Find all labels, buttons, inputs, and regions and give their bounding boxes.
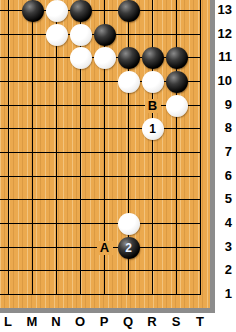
stone-white-Q10 <box>118 71 140 93</box>
coord-col-O: O <box>71 313 89 331</box>
grid-line-row-8 <box>0 128 201 129</box>
coord-row-4: 4 <box>215 215 232 231</box>
stone-black-S11 <box>166 47 188 69</box>
point-label-A: A <box>97 241 113 255</box>
grid-line-row-2 <box>0 270 201 271</box>
stone-black-O13 <box>70 0 92 22</box>
stone-white-Q4 <box>118 213 140 235</box>
grid-line-col-R <box>152 0 153 295</box>
go-board[interactable]: 21BA <box>0 0 210 308</box>
grid-line-col-S <box>176 0 177 295</box>
coord-row-5: 5 <box>215 191 232 207</box>
grid-line-col-T <box>200 0 201 295</box>
coord-row-9: 9 <box>215 97 232 113</box>
stone-white-P11 <box>94 47 116 69</box>
stone-white-R10 <box>142 71 164 93</box>
stone-white-N13 <box>46 0 68 22</box>
stone-white-S9 <box>166 95 188 117</box>
coord-col-L: L <box>0 313 17 331</box>
grid-line-row-7 <box>0 152 201 153</box>
coord-row-3: 3 <box>215 239 232 255</box>
coord-col-M: M <box>23 313 41 331</box>
coord-col-Q: Q <box>119 313 137 331</box>
coord-row-1: 1 <box>215 286 232 302</box>
grid-line-row-5 <box>0 199 201 200</box>
coord-row-11: 11 <box>215 49 232 65</box>
stone-black-Q3: 2 <box>118 237 140 259</box>
coord-row-6: 6 <box>215 168 232 184</box>
coord-col-S: S <box>167 313 185 331</box>
coord-row-8: 8 <box>215 120 232 136</box>
stone-black-S10 <box>166 71 188 93</box>
grid-line-row-1 <box>0 294 201 295</box>
coord-col-N: N <box>47 313 65 331</box>
stone-white-O11 <box>70 47 92 69</box>
go-diagram: 21BA 12345678910111213 LMNOPQRST <box>0 0 236 332</box>
grid-line-row-4 <box>0 223 201 224</box>
stone-black-Q13 <box>118 0 140 22</box>
stone-white-O12 <box>70 24 92 46</box>
grid-line-row-6 <box>0 176 201 177</box>
stone-white-R8: 1 <box>142 118 164 140</box>
grid-line-col-L <box>8 0 9 295</box>
stone-black-R11 <box>142 47 164 69</box>
stone-black-Q11 <box>118 47 140 69</box>
point-label-B: B <box>145 99 161 113</box>
grid-line-col-M <box>32 0 33 295</box>
coord-row-7: 7 <box>215 144 232 160</box>
coord-col-P: P <box>95 313 113 331</box>
stone-white-N12 <box>46 24 68 46</box>
coord-row-10: 10 <box>215 73 232 89</box>
stone-black-P12 <box>94 24 116 46</box>
coord-col-R: R <box>143 313 161 331</box>
coord-row-12: 12 <box>215 26 232 42</box>
coord-col-T: T <box>191 313 209 331</box>
coord-row-2: 2 <box>215 262 232 278</box>
stone-black-M13 <box>22 0 44 22</box>
coord-row-13: 13 <box>215 2 232 18</box>
